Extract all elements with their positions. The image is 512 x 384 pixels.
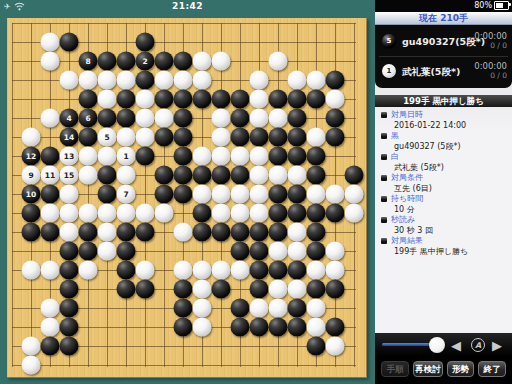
white-stone xyxy=(250,185,269,204)
black-stone-icon: 5 xyxy=(382,34,396,48)
white-stone xyxy=(269,280,288,299)
black-stone xyxy=(231,128,250,147)
white-stone: 5 xyxy=(98,128,117,147)
black-stone xyxy=(117,223,136,242)
info-label: 白 xyxy=(381,152,510,163)
black-stone xyxy=(174,299,193,318)
move-number: 14 xyxy=(64,128,74,147)
black-stone xyxy=(117,90,136,109)
white-stone xyxy=(41,109,60,128)
white-stone-icon: 1 xyxy=(382,64,396,78)
white-stone xyxy=(79,204,98,223)
white-stone xyxy=(193,261,212,280)
player-name: gu490327(5段*) xyxy=(402,36,485,49)
white-stone xyxy=(326,337,345,356)
white-stone xyxy=(307,185,326,204)
white-stone xyxy=(269,52,288,71)
white-stone xyxy=(250,166,269,185)
control-button-saikento[interactable]: 再検討 xyxy=(413,361,443,377)
info-label: 対局条件 xyxy=(381,173,510,184)
black-stone xyxy=(79,90,98,109)
black-stone xyxy=(98,109,117,128)
white-stone xyxy=(250,109,269,128)
white-stone xyxy=(193,318,212,337)
black-stone xyxy=(231,242,250,261)
current-move-header: 現在 210手 xyxy=(375,12,512,25)
white-stone xyxy=(22,356,41,375)
white-stone xyxy=(193,299,212,318)
white-stone xyxy=(193,280,212,299)
board-grid: 82461451213191115107 xyxy=(12,23,356,367)
black-stone xyxy=(60,261,79,280)
status-bar: ✈ 21:42 80% xyxy=(0,0,512,12)
black-stone xyxy=(326,318,345,337)
black-stone xyxy=(60,280,79,299)
black-stone xyxy=(174,90,193,109)
player-clock-panel: 5gu490327(5段*)0:00:000 / 01武礼葉(5段*)0:00:… xyxy=(375,25,512,88)
auto-play-icon: A xyxy=(471,338,485,352)
black-stone xyxy=(307,280,326,299)
white-stone xyxy=(212,204,231,223)
player-times: 0:00:000 / 0 xyxy=(474,31,507,51)
black-stone: 6 xyxy=(79,109,98,128)
black-stone xyxy=(250,318,269,337)
black-stone xyxy=(41,185,60,204)
white-stone xyxy=(174,71,193,90)
game-info-area: 199手 黒中押し勝ち 対局日時2016-01-22 14:00黒gu49032… xyxy=(375,82,512,333)
black-stone xyxy=(212,90,231,109)
black-stone xyxy=(136,71,155,90)
white-stone xyxy=(250,204,269,223)
move-number: 2 xyxy=(142,52,147,71)
player-row: 1武礼葉(5段*)0:00:000 / 0 xyxy=(375,57,512,86)
white-stone xyxy=(212,52,231,71)
white-stone: 7 xyxy=(117,185,136,204)
control-button-shuryo[interactable]: 終了 xyxy=(478,361,506,377)
white-stone xyxy=(250,147,269,166)
white-stone xyxy=(174,261,193,280)
side-panel: 現在 210手 199手 黒中押し勝ち 対局日時2016-01-22 14:00… xyxy=(375,0,512,384)
black-stone xyxy=(250,280,269,299)
battery-icon xyxy=(494,1,509,10)
black-stone xyxy=(174,128,193,147)
white-stone xyxy=(288,166,307,185)
white-stone xyxy=(136,90,155,109)
white-stone xyxy=(79,71,98,90)
white-stone: 1 xyxy=(117,147,136,166)
black-stone xyxy=(288,261,307,280)
black-stone xyxy=(117,52,136,71)
white-stone xyxy=(79,147,98,166)
white-stone xyxy=(288,242,307,261)
black-stone xyxy=(41,337,60,356)
list-bullet-icon xyxy=(381,175,387,181)
move-number: 8 xyxy=(85,52,90,71)
black-stone xyxy=(193,166,212,185)
black-stone xyxy=(117,261,136,280)
black-stone xyxy=(212,166,231,185)
black-stone xyxy=(231,166,250,185)
info-label: 黒 xyxy=(381,131,510,142)
white-stone xyxy=(98,242,117,261)
list-bullet-icon xyxy=(381,133,387,139)
move-slider-knob[interactable] xyxy=(429,337,445,353)
info-value: 199手 黒中押し勝ち xyxy=(381,247,510,258)
white-stone: 15 xyxy=(60,166,79,185)
white-stone xyxy=(193,147,212,166)
black-stone xyxy=(231,90,250,109)
white-stone xyxy=(326,261,345,280)
white-stone xyxy=(117,128,136,147)
black-stone: 8 xyxy=(79,52,98,71)
white-stone xyxy=(193,71,212,90)
player-periods: 0 / 0 xyxy=(474,71,507,81)
white-stone xyxy=(212,128,231,147)
status-clock: 21:42 xyxy=(0,1,375,11)
list-bullet-icon xyxy=(381,112,387,118)
black-stone xyxy=(60,318,79,337)
black-stone xyxy=(269,204,288,223)
info-label-text: 持ち時間 xyxy=(391,194,423,205)
black-stone xyxy=(307,90,326,109)
player-stone-number: 5 xyxy=(387,37,392,45)
black-stone xyxy=(60,33,79,52)
black-stone xyxy=(326,109,345,128)
white-stone xyxy=(60,223,79,242)
playback-controls: ◀ A ▶ 手順再検討形勢終了 xyxy=(375,333,512,384)
info-value: 10 分 xyxy=(381,205,510,216)
black-stone xyxy=(60,242,79,261)
black-stone xyxy=(22,223,41,242)
black-stone xyxy=(155,90,174,109)
move-number: 15 xyxy=(64,166,74,185)
black-stone xyxy=(288,204,307,223)
white-stone xyxy=(22,337,41,356)
black-stone xyxy=(98,185,117,204)
white-stone xyxy=(41,33,60,52)
control-button-keisei[interactable]: 形勢 xyxy=(447,361,474,377)
white-stone xyxy=(212,147,231,166)
black-stone xyxy=(288,185,307,204)
info-label: 秒読み xyxy=(381,215,510,226)
status-right: 80% xyxy=(474,1,509,10)
battery-percent: 80% xyxy=(474,1,492,10)
black-stone xyxy=(60,299,79,318)
black-stone xyxy=(250,261,269,280)
black-stone xyxy=(269,261,288,280)
white-stone xyxy=(212,109,231,128)
white-stone xyxy=(41,299,60,318)
black-stone xyxy=(174,147,193,166)
black-stone xyxy=(288,299,307,318)
info-label-text: 対局結果 xyxy=(391,236,423,247)
black-stone xyxy=(288,318,307,337)
white-stone xyxy=(193,185,212,204)
white-stone xyxy=(98,147,117,166)
player-name: 武礼葉(5段*) xyxy=(402,66,460,79)
info-label-text: 対局日時 xyxy=(391,110,423,121)
black-stone xyxy=(250,128,269,147)
black-stone xyxy=(307,166,326,185)
white-stone xyxy=(155,109,174,128)
black-stone xyxy=(307,204,326,223)
black-stone xyxy=(288,147,307,166)
move-number: 9 xyxy=(28,166,33,185)
move-number: 13 xyxy=(64,147,74,166)
black-stone xyxy=(174,166,193,185)
white-stone xyxy=(231,261,250,280)
black-stone xyxy=(155,185,174,204)
white-stone xyxy=(345,204,364,223)
info-label-text: 黒 xyxy=(391,131,399,142)
black-stone: 4 xyxy=(60,109,79,128)
white-stone xyxy=(326,90,345,109)
player-row: 5gu490327(5段*)0:00:000 / 0 xyxy=(375,27,512,56)
white-stone xyxy=(136,204,155,223)
white-stone xyxy=(117,71,136,90)
white-stone xyxy=(212,261,231,280)
white-stone xyxy=(307,299,326,318)
black-stone xyxy=(98,166,117,185)
move-number: 10 xyxy=(26,185,36,204)
white-stone xyxy=(41,204,60,223)
black-stone xyxy=(269,223,288,242)
black-stone xyxy=(326,128,345,147)
black-stone xyxy=(288,109,307,128)
white-stone xyxy=(136,261,155,280)
move-number: 5 xyxy=(104,128,109,147)
white-stone xyxy=(98,204,117,223)
black-stone xyxy=(326,280,345,299)
black-stone xyxy=(231,223,250,242)
black-stone: 14 xyxy=(60,128,79,147)
info-label-text: 白 xyxy=(391,152,399,163)
black-stone xyxy=(250,242,269,261)
previous-move-button[interactable]: ◀ xyxy=(448,333,464,357)
black-stone xyxy=(231,318,250,337)
black-stone xyxy=(345,166,364,185)
black-stone xyxy=(79,242,98,261)
black-stone xyxy=(326,71,345,90)
black-stone xyxy=(60,337,79,356)
white-stone xyxy=(345,185,364,204)
white-stone xyxy=(231,147,250,166)
white-stone xyxy=(193,52,212,71)
white-stone xyxy=(288,280,307,299)
list-bullet-icon xyxy=(381,154,387,160)
list-bullet-icon xyxy=(381,196,387,202)
black-stone xyxy=(174,109,193,128)
white-stone xyxy=(307,71,326,90)
player-main-time: 0:00:00 xyxy=(474,31,507,41)
player-periods: 0 / 0 xyxy=(474,41,507,51)
black-stone xyxy=(136,280,155,299)
white-stone xyxy=(117,204,136,223)
black-stone xyxy=(193,223,212,242)
black-stone xyxy=(22,204,41,223)
white-stone xyxy=(98,223,117,242)
move-number: 6 xyxy=(85,109,90,128)
black-stone xyxy=(136,147,155,166)
info-value: gu490327 (5段*) xyxy=(381,142,510,153)
black-stone xyxy=(117,280,136,299)
white-stone xyxy=(22,261,41,280)
black-stone xyxy=(250,223,269,242)
black-stone xyxy=(269,147,288,166)
move-number: 1 xyxy=(123,147,128,166)
go-board[interactable]: 82461451213191115107 xyxy=(7,18,367,378)
black-stone xyxy=(174,185,193,204)
black-stone xyxy=(117,242,136,261)
black-stone xyxy=(269,128,288,147)
white-stone xyxy=(269,299,288,318)
white-stone xyxy=(307,318,326,337)
white-stone xyxy=(269,166,288,185)
white-stone xyxy=(326,185,345,204)
white-stone xyxy=(98,71,117,90)
info-label: 対局日時 xyxy=(381,110,510,121)
white-stone: 13 xyxy=(60,147,79,166)
white-stone xyxy=(250,90,269,109)
black-stone xyxy=(155,52,174,71)
move-number: 11 xyxy=(45,166,55,185)
white-stone xyxy=(41,261,60,280)
player-stone-number: 1 xyxy=(387,67,392,75)
info-label-text: 対局条件 xyxy=(391,173,423,184)
black-stone xyxy=(212,223,231,242)
black-stone xyxy=(288,90,307,109)
black-stone xyxy=(174,318,193,337)
black-stone xyxy=(136,223,155,242)
black-stone xyxy=(269,318,288,337)
white-stone xyxy=(117,166,136,185)
black-stone: 12 xyxy=(22,147,41,166)
white-stone xyxy=(231,204,250,223)
white-stone: 9 xyxy=(22,166,41,185)
result-header: 199手 黒中押し勝ち xyxy=(375,95,512,107)
white-stone xyxy=(212,185,231,204)
white-stone xyxy=(231,185,250,204)
black-stone xyxy=(41,147,60,166)
black-stone xyxy=(98,52,117,71)
white-stone xyxy=(41,318,60,337)
white-stone xyxy=(60,185,79,204)
white-stone xyxy=(288,71,307,90)
list-bullet-icon xyxy=(381,217,387,223)
info-label-text: 秒読み xyxy=(391,215,415,226)
white-stone xyxy=(250,71,269,90)
white-stone xyxy=(136,109,155,128)
move-number: 12 xyxy=(26,147,36,166)
player-times: 0:00:000 / 0 xyxy=(474,61,507,81)
white-stone xyxy=(79,261,98,280)
white-stone xyxy=(79,166,98,185)
black-stone xyxy=(307,242,326,261)
control-button-tejun[interactable]: 手順 xyxy=(381,361,409,377)
info-value: 互先 (6目) xyxy=(381,184,510,195)
white-stone xyxy=(136,128,155,147)
move-number: 4 xyxy=(66,109,71,128)
white-stone xyxy=(174,223,193,242)
black-stone xyxy=(41,223,60,242)
white-stone xyxy=(269,242,288,261)
move-number: 7 xyxy=(123,185,128,204)
auto-play-button[interactable]: A xyxy=(470,333,486,357)
black-stone xyxy=(231,109,250,128)
black-stone xyxy=(79,128,98,147)
white-stone xyxy=(98,90,117,109)
black-stone xyxy=(269,185,288,204)
white-stone xyxy=(41,52,60,71)
white-stone xyxy=(326,242,345,261)
white-stone xyxy=(307,261,326,280)
white-stone xyxy=(155,71,174,90)
black-stone: 2 xyxy=(136,52,155,71)
black-stone xyxy=(193,204,212,223)
white-stone xyxy=(60,204,79,223)
black-stone xyxy=(155,128,174,147)
black-stone xyxy=(326,204,345,223)
black-stone: 10 xyxy=(22,185,41,204)
white-stone xyxy=(60,71,79,90)
list-bullet-icon xyxy=(381,238,387,244)
white-stone xyxy=(22,128,41,147)
game-info-list: 対局日時2016-01-22 14:00黒gu490327 (5段*)白武礼葉 … xyxy=(381,110,510,257)
white-stone: 11 xyxy=(41,166,60,185)
black-stone xyxy=(174,280,193,299)
player-main-time: 0:00:00 xyxy=(474,61,507,71)
black-stone xyxy=(288,128,307,147)
info-value: 30 秒 3 回 xyxy=(381,226,510,237)
info-label: 対局結果 xyxy=(381,236,510,247)
black-stone xyxy=(307,147,326,166)
black-stone xyxy=(307,223,326,242)
black-stone xyxy=(174,52,193,71)
black-stone xyxy=(136,33,155,52)
info-label: 持ち時間 xyxy=(381,194,510,205)
white-stone xyxy=(288,223,307,242)
black-stone xyxy=(231,299,250,318)
black-stone xyxy=(212,280,231,299)
white-stone xyxy=(155,204,174,223)
black-stone xyxy=(193,90,212,109)
info-value: 武礼葉 (5段*) xyxy=(381,163,510,174)
black-stone xyxy=(117,109,136,128)
next-move-button[interactable]: ▶ xyxy=(489,333,505,357)
info-value: 2016-01-22 14:00 xyxy=(381,121,510,132)
black-stone xyxy=(79,223,98,242)
white-stone xyxy=(250,299,269,318)
white-stone xyxy=(269,109,288,128)
black-stone xyxy=(155,166,174,185)
black-stone xyxy=(269,90,288,109)
white-stone xyxy=(307,128,326,147)
black-stone xyxy=(307,337,326,356)
